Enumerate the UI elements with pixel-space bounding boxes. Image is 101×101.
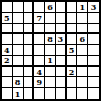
cell-r2c7[interactable]: [67, 13, 78, 24]
cell-r4c5[interactable]: 8: [45, 34, 56, 45]
cell-r7c8[interactable]: [77, 67, 88, 78]
cell-r8c2[interactable]: 8: [13, 77, 24, 88]
cell-r3c2[interactable]: [13, 24, 24, 35]
cell-r1c1[interactable]: [2, 2, 13, 13]
cell-r2c5[interactable]: [45, 13, 56, 24]
cell-r3c3[interactable]: [24, 24, 35, 35]
cell-r3c8[interactable]: [77, 24, 88, 35]
cell-r3c6[interactable]: [56, 24, 67, 35]
cell-r7c1[interactable]: [2, 67, 13, 78]
cell-r4c6[interactable]: 3: [56, 34, 67, 45]
cell-r5c5[interactable]: [45, 45, 56, 56]
cell-r6c4[interactable]: [34, 56, 45, 67]
cell-r7c9[interactable]: [88, 67, 99, 78]
cell-r5c6[interactable]: [56, 45, 67, 56]
cell-r8c3[interactable]: [24, 77, 35, 88]
cell-r4c8[interactable]: 6: [77, 34, 88, 45]
cell-r3c7[interactable]: [67, 24, 78, 35]
sudoku-board: 61357836452142891: [0, 0, 101, 101]
cell-r2c2[interactable]: [13, 13, 24, 24]
cell-r4c9[interactable]: [88, 34, 99, 45]
cell-r7c2[interactable]: [13, 67, 24, 78]
cell-r9c5[interactable]: [45, 88, 56, 99]
cell-r1c3[interactable]: [24, 2, 35, 13]
cell-r5c4[interactable]: [34, 45, 45, 56]
cell-r1c7[interactable]: [67, 2, 78, 13]
cell-r6c9[interactable]: [88, 56, 99, 67]
cell-r3c9[interactable]: [88, 24, 99, 35]
cell-r9c2[interactable]: 1: [13, 88, 24, 99]
cell-r3c5[interactable]: [45, 24, 56, 35]
cell-r6c3[interactable]: [24, 56, 35, 67]
cell-r6c1[interactable]: 2: [2, 56, 13, 67]
cell-r9c4[interactable]: [34, 88, 45, 99]
cell-r2c8[interactable]: [77, 13, 88, 24]
cell-r9c1[interactable]: [2, 88, 13, 99]
cell-r7c6[interactable]: [56, 67, 67, 78]
cell-r2c6[interactable]: [56, 13, 67, 24]
cell-r1c5[interactable]: 6: [45, 2, 56, 13]
cell-r8c8[interactable]: [77, 77, 88, 88]
cell-r7c7[interactable]: 2: [67, 67, 78, 78]
cell-r1c2[interactable]: [13, 2, 24, 13]
cell-r6c7[interactable]: [67, 56, 78, 67]
cell-r7c3[interactable]: [24, 67, 35, 78]
cell-r8c1[interactable]: [2, 77, 13, 88]
cell-r5c1[interactable]: 4: [2, 45, 13, 56]
cell-r5c7[interactable]: 5: [67, 45, 78, 56]
cell-r1c6[interactable]: [56, 2, 67, 13]
cell-r2c9[interactable]: [88, 13, 99, 24]
cell-r5c8[interactable]: [77, 45, 88, 56]
cell-r8c6[interactable]: [56, 77, 67, 88]
cell-r9c8[interactable]: [77, 88, 88, 99]
cell-r3c4[interactable]: [34, 24, 45, 35]
cell-r8c7[interactable]: [67, 77, 78, 88]
cell-r7c4[interactable]: 4: [34, 67, 45, 78]
cell-r8c9[interactable]: [88, 77, 99, 88]
cell-r6c6[interactable]: [56, 56, 67, 67]
cell-r8c4[interactable]: 9: [34, 77, 45, 88]
cell-r2c1[interactable]: 5: [2, 13, 13, 24]
cell-r5c9[interactable]: [88, 45, 99, 56]
cell-r6c8[interactable]: [77, 56, 88, 67]
cell-r8c5[interactable]: [45, 77, 56, 88]
cell-r4c4[interactable]: [34, 34, 45, 45]
cell-r9c3[interactable]: [24, 88, 35, 99]
cell-r1c9[interactable]: 3: [88, 2, 99, 13]
cell-r4c2[interactable]: [13, 34, 24, 45]
cell-r1c4[interactable]: [34, 2, 45, 13]
cell-r9c6[interactable]: [56, 88, 67, 99]
cell-r2c3[interactable]: [24, 13, 35, 24]
cell-r5c2[interactable]: [13, 45, 24, 56]
cell-r7c5[interactable]: [45, 67, 56, 78]
cell-r9c9[interactable]: [88, 88, 99, 99]
cell-r3c1[interactable]: [2, 24, 13, 35]
cell-r4c7[interactable]: [67, 34, 78, 45]
cell-r6c2[interactable]: [13, 56, 24, 67]
cell-r9c7[interactable]: [67, 88, 78, 99]
cell-r4c3[interactable]: [24, 34, 35, 45]
cell-r5c3[interactable]: [24, 45, 35, 56]
cell-r1c8[interactable]: 1: [77, 2, 88, 13]
cell-r4c1[interactable]: [2, 34, 13, 45]
cell-r2c4[interactable]: 7: [34, 13, 45, 24]
cell-r6c5[interactable]: 1: [45, 56, 56, 67]
